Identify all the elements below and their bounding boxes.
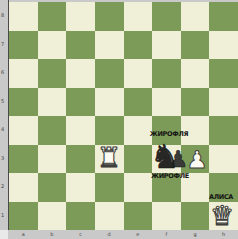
rank-label-3: 3 bbox=[1, 156, 4, 161]
file-label-b: b bbox=[50, 232, 53, 237]
square-a4[interactable] bbox=[9, 116, 38, 145]
rank-label-6: 6 bbox=[1, 70, 4, 75]
white-rook-d3[interactable]: ♜ bbox=[94, 142, 124, 173]
square-c5[interactable] bbox=[66, 88, 95, 117]
square-g6[interactable] bbox=[181, 59, 210, 88]
name-tag-girofle: ЖИРОФЛЕ bbox=[151, 173, 189, 180]
rank-label-8: 8 bbox=[1, 13, 4, 18]
name-tag-alisa: АЛИСА bbox=[209, 194, 233, 201]
square-c8[interactable] bbox=[66, 2, 95, 31]
square-f5[interactable] bbox=[152, 88, 181, 117]
square-b2[interactable] bbox=[38, 173, 67, 202]
square-e1[interactable] bbox=[124, 202, 153, 231]
file-label-h: h bbox=[222, 232, 225, 237]
square-e8[interactable] bbox=[124, 2, 153, 31]
square-a1[interactable] bbox=[9, 202, 38, 231]
square-f8[interactable] bbox=[152, 2, 181, 31]
file-label-g: g bbox=[193, 232, 196, 237]
file-label-e: e bbox=[136, 232, 139, 237]
square-b8[interactable] bbox=[38, 2, 67, 31]
rank-label-5: 5 bbox=[1, 99, 4, 104]
file-label-c: c bbox=[79, 232, 82, 237]
square-c3[interactable] bbox=[66, 145, 95, 174]
rank-label-2: 2 bbox=[1, 184, 4, 189]
square-h6[interactable] bbox=[209, 59, 238, 88]
file-label-a: a bbox=[22, 232, 25, 237]
square-a2[interactable] bbox=[9, 173, 38, 202]
chess-board bbox=[9, 2, 238, 230]
square-d1[interactable] bbox=[95, 202, 124, 231]
file-label-f: f bbox=[166, 232, 168, 237]
square-b5[interactable] bbox=[38, 88, 67, 117]
square-c4[interactable] bbox=[66, 116, 95, 145]
name-tag-girofla: ЖИРОФЛЯ bbox=[150, 131, 188, 138]
square-g7[interactable] bbox=[181, 31, 210, 60]
square-e7[interactable] bbox=[124, 31, 153, 60]
square-c1[interactable] bbox=[66, 202, 95, 231]
square-d8[interactable] bbox=[95, 2, 124, 31]
square-h3[interactable] bbox=[209, 145, 238, 174]
square-b3[interactable] bbox=[38, 145, 67, 174]
square-g8[interactable] bbox=[181, 2, 210, 31]
square-c7[interactable] bbox=[66, 31, 95, 60]
square-a8[interactable] bbox=[9, 2, 38, 31]
square-d4[interactable] bbox=[95, 116, 124, 145]
black-knight-f3[interactable]: ♞ bbox=[146, 139, 184, 174]
square-e6[interactable] bbox=[124, 59, 153, 88]
square-d5[interactable] bbox=[95, 88, 124, 117]
square-h4[interactable] bbox=[209, 116, 238, 145]
square-b1[interactable] bbox=[38, 202, 67, 231]
margin-corner bbox=[0, 230, 8, 239]
rank-label-4: 4 bbox=[1, 127, 4, 132]
square-h7[interactable] bbox=[209, 31, 238, 60]
square-a6[interactable] bbox=[9, 59, 38, 88]
square-c6[interactable] bbox=[66, 59, 95, 88]
square-g5[interactable] bbox=[181, 88, 210, 117]
square-c2[interactable] bbox=[66, 173, 95, 202]
square-h5[interactable] bbox=[209, 88, 238, 117]
square-h8[interactable] bbox=[209, 2, 238, 31]
square-d2[interactable] bbox=[95, 173, 124, 202]
square-f6[interactable] bbox=[152, 59, 181, 88]
white-pawn-g3[interactable]: ♟ bbox=[184, 145, 210, 174]
square-a7[interactable] bbox=[9, 31, 38, 60]
rank-label-7: 7 bbox=[1, 42, 4, 47]
square-b7[interactable] bbox=[38, 31, 67, 60]
square-f1[interactable] bbox=[152, 202, 181, 231]
chess-lesson-window: 87654321 abcdefgh ♜ ♟ ♞ ♟ ♛ ЖИРОФЛЯ ЖИРО… bbox=[0, 0, 238, 239]
square-d7[interactable] bbox=[95, 31, 124, 60]
square-a5[interactable] bbox=[9, 88, 38, 117]
square-b4[interactable] bbox=[38, 116, 67, 145]
white-queen-h1[interactable]: ♛ bbox=[206, 200, 238, 230]
square-b6[interactable] bbox=[38, 59, 67, 88]
square-f7[interactable] bbox=[152, 31, 181, 60]
square-a3[interactable] bbox=[9, 145, 38, 174]
square-d6[interactable] bbox=[95, 59, 124, 88]
rank-label-1: 1 bbox=[1, 213, 4, 218]
square-e2[interactable] bbox=[124, 173, 153, 202]
file-label-d: d bbox=[108, 232, 111, 237]
square-e5[interactable] bbox=[124, 88, 153, 117]
